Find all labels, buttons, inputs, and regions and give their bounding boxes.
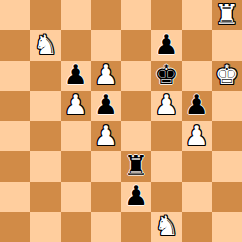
square-e8[interactable] bbox=[121, 0, 151, 30]
square-c8[interactable] bbox=[61, 0, 91, 30]
square-e1[interactable] bbox=[121, 212, 151, 242]
square-a5[interactable] bbox=[0, 91, 30, 121]
square-d3[interactable] bbox=[91, 151, 121, 181]
square-e5[interactable] bbox=[121, 91, 151, 121]
square-c2[interactable] bbox=[61, 182, 91, 212]
square-h6[interactable]: ♚ bbox=[212, 61, 242, 91]
piece-black-pawn[interactable]: ♟ bbox=[154, 31, 178, 58]
square-c3[interactable] bbox=[61, 151, 91, 181]
square-f2[interactable] bbox=[151, 182, 181, 212]
square-b5[interactable] bbox=[30, 91, 60, 121]
piece-white-pawn[interactable]: ♟ bbox=[185, 122, 209, 149]
square-g3[interactable] bbox=[182, 151, 212, 181]
square-f8[interactable] bbox=[151, 0, 181, 30]
chess-board: ♜♞♟♟♟♚♚♟♟♟♟♟♟♜♟♞ bbox=[0, 0, 242, 242]
square-d6[interactable]: ♟ bbox=[91, 61, 121, 91]
piece-black-pawn[interactable]: ♟ bbox=[64, 61, 88, 88]
square-a8[interactable] bbox=[0, 0, 30, 30]
square-e7[interactable] bbox=[121, 30, 151, 60]
piece-black-pawn[interactable]: ♟ bbox=[94, 91, 118, 118]
square-a7[interactable] bbox=[0, 30, 30, 60]
piece-black-king[interactable]: ♚ bbox=[154, 61, 178, 88]
square-a2[interactable] bbox=[0, 182, 30, 212]
piece-white-knight[interactable]: ♞ bbox=[33, 31, 57, 58]
square-b3[interactable] bbox=[30, 151, 60, 181]
square-b7[interactable]: ♞ bbox=[30, 30, 60, 60]
square-h4[interactable] bbox=[212, 121, 242, 151]
square-d8[interactable] bbox=[91, 0, 121, 30]
square-h5[interactable] bbox=[212, 91, 242, 121]
square-f4[interactable] bbox=[151, 121, 181, 151]
square-g8[interactable] bbox=[182, 0, 212, 30]
square-b1[interactable] bbox=[30, 212, 60, 242]
piece-white-pawn[interactable]: ♟ bbox=[64, 91, 88, 118]
square-e6[interactable] bbox=[121, 61, 151, 91]
piece-white-pawn[interactable]: ♟ bbox=[94, 61, 118, 88]
square-g4[interactable]: ♟ bbox=[182, 121, 212, 151]
square-e4[interactable] bbox=[121, 121, 151, 151]
square-h3[interactable] bbox=[212, 151, 242, 181]
square-g7[interactable] bbox=[182, 30, 212, 60]
piece-white-knight[interactable]: ♞ bbox=[154, 212, 178, 239]
square-c7[interactable] bbox=[61, 30, 91, 60]
piece-black-rook[interactable]: ♜ bbox=[124, 152, 148, 179]
square-b4[interactable] bbox=[30, 121, 60, 151]
square-g1[interactable] bbox=[182, 212, 212, 242]
square-h7[interactable] bbox=[212, 30, 242, 60]
piece-white-king[interactable]: ♚ bbox=[215, 61, 239, 88]
square-f6[interactable]: ♚ bbox=[151, 61, 181, 91]
piece-black-pawn[interactable]: ♟ bbox=[124, 182, 148, 209]
square-d1[interactable] bbox=[91, 212, 121, 242]
square-a4[interactable] bbox=[0, 121, 30, 151]
square-f7[interactable]: ♟ bbox=[151, 30, 181, 60]
square-b2[interactable] bbox=[30, 182, 60, 212]
square-h2[interactable] bbox=[212, 182, 242, 212]
piece-white-pawn[interactable]: ♟ bbox=[154, 91, 178, 118]
square-b6[interactable] bbox=[30, 61, 60, 91]
square-g5[interactable]: ♟ bbox=[182, 91, 212, 121]
square-d5[interactable]: ♟ bbox=[91, 91, 121, 121]
square-d2[interactable] bbox=[91, 182, 121, 212]
square-g6[interactable] bbox=[182, 61, 212, 91]
square-a6[interactable] bbox=[0, 61, 30, 91]
square-c4[interactable] bbox=[61, 121, 91, 151]
square-h1[interactable] bbox=[212, 212, 242, 242]
piece-white-pawn[interactable]: ♟ bbox=[94, 122, 118, 149]
square-c1[interactable] bbox=[61, 212, 91, 242]
square-b8[interactable] bbox=[30, 0, 60, 30]
square-e2[interactable]: ♟ bbox=[121, 182, 151, 212]
piece-black-pawn[interactable]: ♟ bbox=[185, 91, 209, 118]
square-f3[interactable] bbox=[151, 151, 181, 181]
square-a1[interactable] bbox=[0, 212, 30, 242]
square-f5[interactable]: ♟ bbox=[151, 91, 181, 121]
square-g2[interactable] bbox=[182, 182, 212, 212]
square-h8[interactable]: ♜ bbox=[212, 0, 242, 30]
square-f1[interactable]: ♞ bbox=[151, 212, 181, 242]
square-c5[interactable]: ♟ bbox=[61, 91, 91, 121]
square-d7[interactable] bbox=[91, 30, 121, 60]
square-e3[interactable]: ♜ bbox=[121, 151, 151, 181]
piece-white-rook[interactable]: ♜ bbox=[215, 1, 239, 28]
square-a3[interactable] bbox=[0, 151, 30, 181]
square-d4[interactable]: ♟ bbox=[91, 121, 121, 151]
square-c6[interactable]: ♟ bbox=[61, 61, 91, 91]
